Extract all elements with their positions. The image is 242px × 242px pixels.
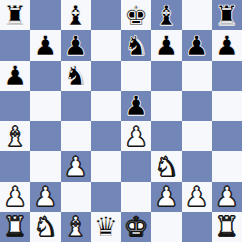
- white-rook-a1: ♜: [3, 213, 27, 240]
- square-a8[interactable]: ♜: [0, 0, 30, 30]
- square-h8[interactable]: ♜: [212, 0, 242, 30]
- square-h3[interactable]: [212, 151, 242, 181]
- square-b1[interactable]: ♞: [30, 212, 60, 242]
- white-pawn-f2: ♟: [154, 183, 178, 210]
- square-d8[interactable]: [91, 0, 121, 30]
- black-bishop-f8: ♝: [154, 2, 178, 29]
- black-rook-a8: ♜: [3, 2, 27, 29]
- square-a6[interactable]: ♟: [0, 61, 30, 91]
- white-bishop-a4: ♝: [3, 123, 27, 150]
- square-d2[interactable]: [91, 182, 121, 212]
- square-f8[interactable]: ♝: [151, 0, 181, 30]
- square-g1[interactable]: [182, 212, 212, 242]
- white-pawn-e4: ♟: [124, 123, 148, 150]
- square-e3[interactable]: [121, 151, 151, 181]
- square-e5[interactable]: ♟: [121, 91, 151, 121]
- square-e1[interactable]: ♚: [121, 212, 151, 242]
- square-c8[interactable]: ♝: [61, 0, 91, 30]
- square-d3[interactable]: [91, 151, 121, 181]
- square-b3[interactable]: [30, 151, 60, 181]
- square-c6[interactable]: ♞: [61, 61, 91, 91]
- white-pawn-b2: ♟: [33, 183, 57, 210]
- square-d6[interactable]: [91, 61, 121, 91]
- square-d4[interactable]: [91, 121, 121, 151]
- white-rook-h1: ♜: [215, 213, 239, 240]
- square-g6[interactable]: [182, 61, 212, 91]
- square-c7[interactable]: ♟: [61, 30, 91, 60]
- black-rook-h8: ♜: [215, 2, 239, 29]
- square-g3[interactable]: [182, 151, 212, 181]
- square-e7[interactable]: ♞: [121, 30, 151, 60]
- square-a3[interactable]: [0, 151, 30, 181]
- square-g4[interactable]: [182, 121, 212, 151]
- square-b8[interactable]: [30, 0, 60, 30]
- black-pawn-a6: ♟: [3, 62, 27, 89]
- square-g2[interactable]: ♟: [182, 182, 212, 212]
- square-f3[interactable]: ♞: [151, 151, 181, 181]
- square-g7[interactable]: ♟: [182, 30, 212, 60]
- black-pawn-f7: ♟: [154, 32, 178, 59]
- square-b5[interactable]: [30, 91, 60, 121]
- chess-board-container: ♜♝♚♝♜♟♟♞♟♟♟♟♞♟♝♟♟♞♟♟♟♟♟♜♞♝♛♚♜: [0, 0, 242, 242]
- square-a7[interactable]: [0, 30, 30, 60]
- square-b7[interactable]: ♟: [30, 30, 60, 60]
- white-pawn-g2: ♟: [185, 183, 209, 210]
- square-g5[interactable]: [182, 91, 212, 121]
- black-pawn-e5: ♟: [124, 92, 148, 119]
- black-pawn-h7: ♟: [215, 32, 239, 59]
- square-e6[interactable]: [121, 61, 151, 91]
- square-h5[interactable]: [212, 91, 242, 121]
- square-f2[interactable]: ♟: [151, 182, 181, 212]
- square-h7[interactable]: ♟: [212, 30, 242, 60]
- square-e4[interactable]: ♟: [121, 121, 151, 151]
- square-b6[interactable]: [30, 61, 60, 91]
- square-c2[interactable]: [61, 182, 91, 212]
- white-pawn-h2: ♟: [215, 183, 239, 210]
- square-a1[interactable]: ♜: [0, 212, 30, 242]
- white-pawn-c3: ♟: [64, 153, 88, 180]
- square-f6[interactable]: [151, 61, 181, 91]
- square-d1[interactable]: ♛: [91, 212, 121, 242]
- square-c5[interactable]: [61, 91, 91, 121]
- square-h2[interactable]: ♟: [212, 182, 242, 212]
- chess-board: ♜♝♚♝♜♟♟♞♟♟♟♟♞♟♝♟♟♞♟♟♟♟♟♜♞♝♛♚♜: [0, 0, 242, 242]
- square-h6[interactable]: [212, 61, 242, 91]
- white-knight-b1: ♞: [33, 213, 57, 240]
- white-king-e1: ♚: [124, 213, 148, 240]
- white-knight-f3: ♞: [154, 153, 178, 180]
- square-d5[interactable]: [91, 91, 121, 121]
- square-e2[interactable]: [121, 182, 151, 212]
- black-knight-c6: ♞: [64, 62, 88, 89]
- square-d7[interactable]: [91, 30, 121, 60]
- square-c4[interactable]: [61, 121, 91, 151]
- square-a5[interactable]: [0, 91, 30, 121]
- square-h4[interactable]: [212, 121, 242, 151]
- square-f5[interactable]: [151, 91, 181, 121]
- white-pawn-a2: ♟: [3, 183, 27, 210]
- black-pawn-b7: ♟: [33, 32, 57, 59]
- square-b4[interactable]: [30, 121, 60, 151]
- black-king-e8: ♚: [124, 2, 148, 29]
- black-queen-d1: ♛: [94, 213, 118, 240]
- black-pawn-g7: ♟: [185, 32, 209, 59]
- square-f4[interactable]: [151, 121, 181, 151]
- black-bishop-c8: ♝: [64, 2, 88, 29]
- square-b2[interactable]: ♟: [30, 182, 60, 212]
- black-knight-e7: ♞: [124, 32, 148, 59]
- white-bishop-c1: ♝: [64, 213, 88, 240]
- square-a4[interactable]: ♝: [0, 121, 30, 151]
- square-g8[interactable]: [182, 0, 212, 30]
- square-c1[interactable]: ♝: [61, 212, 91, 242]
- square-c3[interactable]: ♟: [61, 151, 91, 181]
- square-f1[interactable]: [151, 212, 181, 242]
- square-e8[interactable]: ♚: [121, 0, 151, 30]
- square-a2[interactable]: ♟: [0, 182, 30, 212]
- square-h1[interactable]: ♜: [212, 212, 242, 242]
- black-pawn-c7: ♟: [64, 32, 88, 59]
- square-f7[interactable]: ♟: [151, 30, 181, 60]
